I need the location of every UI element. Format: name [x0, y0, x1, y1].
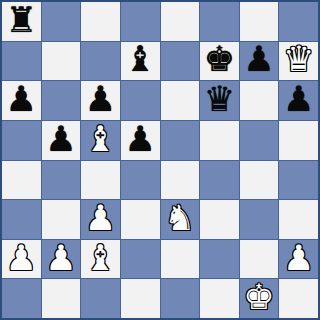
square-e1[interactable]	[161, 279, 200, 318]
square-c5[interactable]: ♝	[81, 121, 120, 160]
piece-black-pawn[interactable]: ♟	[283, 82, 314, 117]
square-e5[interactable]	[161, 121, 200, 160]
square-g4[interactable]	[240, 161, 279, 200]
square-b3[interactable]	[42, 200, 81, 239]
square-e3[interactable]: ♞	[161, 200, 200, 239]
square-f1[interactable]	[200, 279, 239, 318]
square-c1[interactable]	[81, 279, 120, 318]
square-d2[interactable]	[121, 240, 160, 279]
piece-black-pawn[interactable]: ♟	[243, 42, 274, 77]
square-a4[interactable]	[2, 161, 41, 200]
square-a2[interactable]: ♟	[2, 240, 41, 279]
square-b8[interactable]	[42, 2, 81, 41]
square-h2[interactable]: ♟	[279, 240, 318, 279]
square-c4[interactable]	[81, 161, 120, 200]
square-e8[interactable]	[161, 2, 200, 41]
piece-white-king[interactable]: ♚	[243, 280, 274, 315]
square-b7[interactable]	[42, 42, 81, 81]
square-d1[interactable]	[121, 279, 160, 318]
square-b6[interactable]	[42, 81, 81, 120]
square-f7[interactable]: ♚	[200, 42, 239, 81]
square-f5[interactable]	[200, 121, 239, 160]
square-d8[interactable]	[121, 2, 160, 41]
piece-white-bishop[interactable]: ♝	[85, 241, 116, 276]
square-h5[interactable]	[279, 121, 318, 160]
square-a7[interactable]	[2, 42, 41, 81]
piece-white-queen[interactable]: ♛	[283, 42, 314, 77]
piece-white-bishop[interactable]: ♝	[85, 122, 116, 157]
square-b2[interactable]: ♟	[42, 240, 81, 279]
piece-black-rook[interactable]: ♜	[6, 3, 37, 38]
square-d7[interactable]: ♝	[121, 42, 160, 81]
piece-black-pawn[interactable]: ♟	[124, 122, 155, 157]
square-h8[interactable]	[279, 2, 318, 41]
square-a3[interactable]	[2, 200, 41, 239]
square-c7[interactable]	[81, 42, 120, 81]
square-g7[interactable]: ♟	[240, 42, 279, 81]
piece-white-pawn[interactable]: ♟	[85, 201, 116, 236]
piece-black-pawn[interactable]: ♟	[85, 82, 116, 117]
square-e7[interactable]	[161, 42, 200, 81]
square-a5[interactable]	[2, 121, 41, 160]
square-c3[interactable]: ♟	[81, 200, 120, 239]
square-b5[interactable]: ♟	[42, 121, 81, 160]
square-a8[interactable]: ♜	[2, 2, 41, 41]
square-e2[interactable]	[161, 240, 200, 279]
square-h3[interactable]	[279, 200, 318, 239]
square-b4[interactable]	[42, 161, 81, 200]
square-g2[interactable]	[240, 240, 279, 279]
square-g1[interactable]: ♚	[240, 279, 279, 318]
piece-black-bishop[interactable]: ♝	[124, 42, 155, 77]
square-c6[interactable]: ♟	[81, 81, 120, 120]
piece-white-knight[interactable]: ♞	[164, 201, 195, 236]
square-e4[interactable]	[161, 161, 200, 200]
piece-black-king[interactable]: ♚	[204, 42, 235, 77]
square-h4[interactable]	[279, 161, 318, 200]
square-b1[interactable]	[42, 279, 81, 318]
square-c2[interactable]: ♝	[81, 240, 120, 279]
square-g3[interactable]	[240, 200, 279, 239]
square-c8[interactable]	[81, 2, 120, 41]
piece-white-pawn[interactable]: ♟	[45, 241, 76, 276]
square-f8[interactable]	[200, 2, 239, 41]
piece-black-pawn[interactable]: ♟	[6, 82, 37, 117]
piece-black-pawn[interactable]: ♟	[45, 122, 76, 157]
square-a6[interactable]: ♟	[2, 81, 41, 120]
square-d3[interactable]	[121, 200, 160, 239]
piece-black-queen[interactable]: ♛	[204, 82, 235, 117]
square-g6[interactable]	[240, 81, 279, 120]
square-g8[interactable]	[240, 2, 279, 41]
square-g5[interactable]	[240, 121, 279, 160]
piece-white-pawn[interactable]: ♟	[283, 241, 314, 276]
square-d6[interactable]	[121, 81, 160, 120]
square-d5[interactable]: ♟	[121, 121, 160, 160]
square-f2[interactable]	[200, 240, 239, 279]
chess-board: ♜♝♚♟♛♟♟♛♟♟♝♟♟♞♟♟♝♟♚	[0, 0, 320, 320]
square-f6[interactable]: ♛	[200, 81, 239, 120]
piece-white-pawn[interactable]: ♟	[6, 241, 37, 276]
square-h7[interactable]: ♛	[279, 42, 318, 81]
square-h1[interactable]	[279, 279, 318, 318]
square-f3[interactable]	[200, 200, 239, 239]
square-h6[interactable]: ♟	[279, 81, 318, 120]
square-d4[interactable]	[121, 161, 160, 200]
square-a1[interactable]	[2, 279, 41, 318]
square-e6[interactable]	[161, 81, 200, 120]
square-f4[interactable]	[200, 161, 239, 200]
